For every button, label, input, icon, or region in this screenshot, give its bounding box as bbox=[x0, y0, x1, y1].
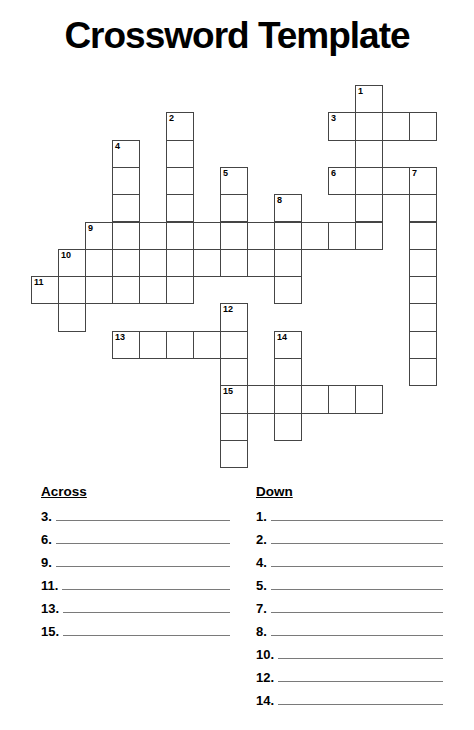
grid-cell[interactable]: 9 bbox=[85, 222, 113, 250]
cell-number: 15 bbox=[223, 387, 233, 396]
grid-cell[interactable] bbox=[112, 194, 140, 222]
crossword-grid: 123456789101112131415 bbox=[31, 85, 437, 469]
grid-cell[interactable] bbox=[166, 222, 194, 250]
grid-cell[interactable] bbox=[274, 413, 302, 441]
grid-cell[interactable]: 15 bbox=[220, 385, 248, 413]
clue-row: 13. bbox=[41, 592, 230, 615]
clue-blank-line bbox=[278, 681, 443, 682]
across-heading: Across bbox=[41, 485, 230, 500]
grid-cell[interactable]: 1 bbox=[355, 85, 383, 113]
down-heading: Down bbox=[256, 485, 443, 500]
clue-blank-line bbox=[278, 658, 443, 659]
grid-cell[interactable] bbox=[166, 249, 194, 277]
clue-number-label: 4. bbox=[256, 556, 267, 569]
grid-cell[interactable] bbox=[139, 222, 167, 250]
crossword-template-page: Crossword Template 123456789101112131415… bbox=[0, 0, 474, 730]
grid-cell[interactable] bbox=[355, 222, 383, 250]
cell-number: 4 bbox=[115, 142, 120, 151]
grid-cell[interactable] bbox=[166, 194, 194, 222]
grid-cell[interactable] bbox=[409, 222, 437, 250]
grid-cell[interactable] bbox=[112, 276, 140, 304]
grid-cell[interactable] bbox=[274, 385, 302, 413]
clue-row: 12. bbox=[256, 661, 443, 684]
grid-cell[interactable] bbox=[355, 194, 383, 222]
clue-row: 14. bbox=[256, 684, 443, 707]
clue-row: 7. bbox=[256, 592, 443, 615]
grid-cell[interactable] bbox=[328, 385, 356, 413]
cell-number: 7 bbox=[412, 169, 417, 178]
clue-number-label: 12. bbox=[256, 671, 274, 684]
grid-cell[interactable] bbox=[112, 222, 140, 250]
cell-number: 6 bbox=[331, 169, 336, 178]
grid-cell[interactable] bbox=[112, 167, 140, 195]
grid-cell[interactable] bbox=[220, 358, 248, 386]
clue-number-label: 3. bbox=[41, 510, 52, 523]
grid-cell[interactable] bbox=[85, 249, 113, 277]
grid-cell[interactable] bbox=[58, 276, 86, 304]
grid-cell[interactable] bbox=[409, 194, 437, 222]
clue-blank-line bbox=[63, 612, 230, 613]
clue-row: 6. bbox=[41, 523, 230, 546]
clue-blank-line bbox=[56, 566, 230, 567]
clue-blank-line bbox=[56, 520, 230, 521]
page-title: Crossword Template bbox=[0, 14, 474, 58]
grid-cell[interactable] bbox=[166, 331, 194, 359]
grid-cell[interactable] bbox=[301, 222, 329, 250]
grid-cell[interactable] bbox=[409, 112, 437, 140]
grid-cell[interactable] bbox=[409, 249, 437, 277]
grid-cell[interactable] bbox=[355, 112, 383, 140]
clue-row: 10. bbox=[256, 638, 443, 661]
cell-number: 8 bbox=[277, 196, 282, 205]
cell-number: 5 bbox=[223, 169, 228, 178]
grid-cell[interactable]: 11 bbox=[31, 276, 59, 304]
grid-cell[interactable] bbox=[166, 140, 194, 168]
clue-number-label: 14. bbox=[256, 694, 274, 707]
clue-row: 2. bbox=[256, 523, 443, 546]
grid-cell[interactable] bbox=[409, 358, 437, 386]
down-clue-list: 1.2.4.5.7.8.10.12.14. bbox=[256, 500, 443, 707]
clue-row: 15. bbox=[41, 615, 230, 638]
grid-cell[interactable] bbox=[166, 167, 194, 195]
grid-cell[interactable] bbox=[247, 249, 275, 277]
clue-number-label: 7. bbox=[256, 602, 267, 615]
grid-cell[interactable] bbox=[274, 249, 302, 277]
clue-number-label: 13. bbox=[41, 602, 59, 615]
clue-number-label: 9. bbox=[41, 556, 52, 569]
cell-number: 14 bbox=[277, 333, 287, 342]
clue-number-label: 8. bbox=[256, 625, 267, 638]
cell-number: 12 bbox=[223, 305, 233, 314]
down-clues-section: Down 1.2.4.5.7.8.10.12.14. bbox=[256, 485, 443, 707]
grid-cell[interactable] bbox=[247, 385, 275, 413]
clue-number-label: 5. bbox=[256, 579, 267, 592]
clue-blank-line bbox=[63, 635, 230, 636]
grid-cell[interactable] bbox=[301, 385, 329, 413]
grid-cell[interactable]: 3 bbox=[328, 112, 356, 140]
grid-cell[interactable] bbox=[193, 249, 221, 277]
grid-cell[interactable]: 7 bbox=[409, 167, 437, 195]
grid-cell[interactable]: 12 bbox=[220, 303, 248, 331]
grid-cell[interactable] bbox=[220, 413, 248, 441]
grid-cell[interactable]: 2 bbox=[166, 112, 194, 140]
grid-cell[interactable] bbox=[355, 167, 383, 195]
clue-row: 9. bbox=[41, 546, 230, 569]
grid-cell[interactable]: 14 bbox=[274, 331, 302, 359]
grid-cell[interactable] bbox=[112, 249, 140, 277]
clue-row: 3. bbox=[41, 500, 230, 523]
cell-number: 1 bbox=[358, 87, 363, 96]
grid-cell[interactable]: 13 bbox=[112, 331, 140, 359]
clue-row: 8. bbox=[256, 615, 443, 638]
grid-cell[interactable]: 5 bbox=[220, 167, 248, 195]
grid-cell[interactable] bbox=[409, 303, 437, 331]
grid-cell[interactable] bbox=[85, 276, 113, 304]
grid-cell[interactable] bbox=[382, 167, 410, 195]
grid-cell[interactable] bbox=[247, 222, 275, 250]
clue-row: 11. bbox=[41, 569, 230, 592]
grid-cell[interactable] bbox=[166, 276, 194, 304]
cell-number: 9 bbox=[88, 224, 93, 233]
grid-cell[interactable] bbox=[220, 249, 248, 277]
clue-blank-line bbox=[271, 635, 443, 636]
cell-number: 3 bbox=[331, 114, 336, 123]
grid-cell[interactable] bbox=[139, 276, 167, 304]
clue-blank-line bbox=[271, 589, 443, 590]
grid-cell[interactable] bbox=[193, 331, 221, 359]
grid-cell[interactable]: 4 bbox=[112, 140, 140, 168]
clue-blank-line bbox=[62, 589, 230, 590]
grid-cell[interactable] bbox=[274, 222, 302, 250]
grid-cell[interactable] bbox=[193, 222, 221, 250]
grid-cell[interactable] bbox=[139, 249, 167, 277]
grid-cell[interactable] bbox=[328, 222, 356, 250]
clue-row: 5. bbox=[256, 569, 443, 592]
clue-blank-line bbox=[278, 704, 443, 705]
clue-number-label: 2. bbox=[256, 533, 267, 546]
clue-number-label: 10. bbox=[256, 648, 274, 661]
across-clue-list: 3.6.9.11.13.15. bbox=[41, 500, 230, 638]
grid-cell[interactable] bbox=[274, 276, 302, 304]
cell-number: 11 bbox=[34, 278, 44, 287]
grid-cell[interactable] bbox=[355, 140, 383, 168]
clue-number-label: 11. bbox=[41, 579, 58, 592]
clue-number-label: 1. bbox=[256, 510, 267, 523]
clue-blank-line bbox=[271, 612, 443, 613]
grid-cell[interactable] bbox=[355, 385, 383, 413]
cell-number: 13 bbox=[115, 333, 125, 342]
grid-cell[interactable]: 10 bbox=[58, 249, 86, 277]
clue-row: 4. bbox=[256, 546, 443, 569]
clue-blank-line bbox=[271, 543, 443, 544]
clue-number-label: 6. bbox=[41, 533, 52, 546]
grid-cell[interactable] bbox=[409, 276, 437, 304]
clue-blank-line bbox=[56, 543, 230, 544]
grid-cell[interactable] bbox=[220, 331, 248, 359]
clue-number-label: 15. bbox=[41, 625, 59, 638]
grid-cell[interactable] bbox=[58, 303, 86, 331]
clue-row: 1. bbox=[256, 500, 443, 523]
across-clues-section: Across 3.6.9.11.13.15. bbox=[41, 485, 230, 638]
cell-number: 2 bbox=[169, 114, 174, 123]
grid-cell[interactable] bbox=[139, 331, 167, 359]
grid-cell[interactable] bbox=[382, 112, 410, 140]
clue-blank-line bbox=[271, 520, 443, 521]
clue-blank-line bbox=[271, 566, 443, 567]
grid-cell[interactable] bbox=[220, 194, 248, 222]
grid-cell[interactable] bbox=[274, 358, 302, 386]
grid-cell[interactable] bbox=[220, 440, 248, 468]
cell-number: 10 bbox=[61, 251, 71, 260]
grid-cell[interactable]: 6 bbox=[328, 167, 356, 195]
grid-cell[interactable] bbox=[409, 331, 437, 359]
grid-cell[interactable] bbox=[220, 222, 248, 250]
grid-cell[interactable]: 8 bbox=[274, 194, 302, 222]
